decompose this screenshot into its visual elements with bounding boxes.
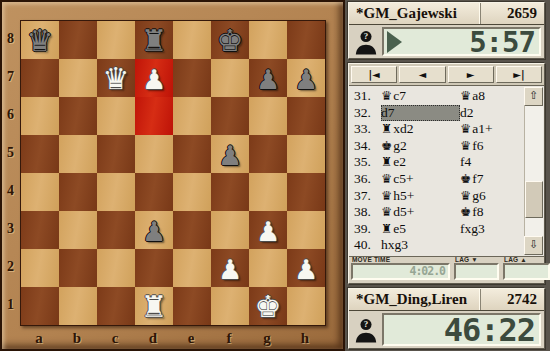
square-c7[interactable]: ♛	[97, 59, 135, 97]
file-label-b: b	[58, 326, 96, 351]
player-rating-bottom: 2742	[480, 289, 544, 310]
move-number: 32.	[349, 105, 381, 122]
square-d6[interactable]	[135, 97, 173, 135]
square-e2[interactable]	[173, 249, 211, 287]
move-cell[interactable]: ♛d5+	[381, 204, 460, 221]
move-row: 35.♜e2f4	[349, 154, 544, 171]
square-g4[interactable]	[249, 173, 287, 211]
square-h8[interactable]	[287, 21, 325, 59]
square-c2[interactable]	[97, 249, 135, 287]
move-cell[interactable]: ♜e5	[381, 221, 460, 238]
square-d4[interactable]	[135, 173, 173, 211]
piece-white-queen[interactable]: ♛	[97, 59, 135, 97]
square-b1[interactable]	[59, 287, 97, 325]
square-b7[interactable]	[59, 59, 97, 97]
move-cell[interactable]: ♛h5+	[381, 188, 460, 205]
nav-back-button[interactable]: ◄	[399, 66, 445, 83]
square-g6[interactable]	[249, 97, 287, 135]
square-h2[interactable]: ♟	[287, 249, 325, 287]
square-f2[interactable]: ♟	[211, 249, 249, 287]
square-b6[interactable]	[59, 97, 97, 135]
square-e5[interactable]	[173, 135, 211, 173]
square-e7[interactable]	[173, 59, 211, 97]
rank-label-6: 6	[2, 96, 19, 134]
file-label-c: c	[96, 326, 134, 351]
piece-figurine-icon: ♛	[381, 188, 392, 203]
move-number: 39.	[349, 221, 381, 238]
scroll-down-button[interactable]: ⇩	[524, 236, 543, 255]
square-g7[interactable]: ♟	[249, 59, 287, 97]
player-avatar-top: ?	[349, 25, 382, 58]
square-f1[interactable]	[211, 287, 249, 325]
file-label-a: a	[20, 326, 58, 351]
square-a5[interactable]	[21, 135, 59, 173]
square-e6[interactable]	[173, 97, 211, 135]
piece-white-pawn[interactable]: ♟	[287, 249, 325, 287]
move-number: 35.	[349, 154, 381, 171]
lag-up-label: LAG ▲	[503, 256, 550, 263]
square-g5[interactable]	[249, 135, 287, 173]
move-row: 39.♜e5fxg3	[349, 221, 544, 238]
move-cell[interactable]: ♚g2	[381, 138, 460, 155]
rank-label-2: 2	[2, 248, 19, 286]
square-g3[interactable]: ♟	[249, 211, 287, 249]
piece-black-rook[interactable]: ♜	[135, 21, 173, 59]
move-row: 31.♛c7♛a8	[349, 88, 544, 105]
rank-label-7: 7	[2, 58, 19, 96]
square-f5[interactable]: ♟	[211, 135, 249, 173]
move-row: 40.hxg3	[349, 237, 544, 254]
move-number: 31.	[349, 88, 381, 105]
rank-label-4: 4	[2, 172, 19, 210]
svg-text:?: ?	[363, 31, 368, 41]
move-number: 38.	[349, 204, 381, 221]
scroll-up-button[interactable]: ⇧	[524, 87, 543, 106]
square-b3[interactable]	[59, 211, 97, 249]
square-e4[interactable]	[173, 173, 211, 211]
piece-white-pawn[interactable]: ♟	[249, 211, 287, 249]
scrollbar-thumb[interactable]	[525, 181, 543, 218]
piece-figurine-icon: ♛	[381, 88, 392, 103]
player-name-top: *GM_Gajewski	[349, 5, 480, 22]
piece-black-pawn[interactable]: ♟	[249, 59, 287, 97]
piece-figurine-icon: ♛	[460, 188, 471, 203]
piece-figurine-icon: ♛	[460, 138, 471, 153]
move-time-label: MOVE TIME	[351, 256, 450, 263]
square-c8[interactable]	[97, 21, 135, 59]
square-c1[interactable]	[97, 287, 135, 325]
move-cell[interactable]: ♛c5+	[381, 171, 460, 188]
square-f7[interactable]	[211, 59, 249, 97]
square-c5[interactable]	[97, 135, 135, 173]
lag-up-field	[503, 263, 550, 280]
move-number: 34.	[349, 138, 381, 155]
file-label-d: d	[134, 326, 172, 351]
lag-down-label: LAG ▼	[454, 256, 499, 263]
piece-figurine-icon: ♛	[381, 171, 392, 186]
move-cell[interactable]: d7	[381, 105, 460, 122]
square-e8[interactable]	[173, 21, 211, 59]
square-b8[interactable]	[59, 21, 97, 59]
player-namebar-bottom: *GM_Ding,Liren 2742	[349, 289, 544, 311]
move-number: 37.	[349, 188, 381, 205]
clock-time-bottom: 46:22	[444, 313, 539, 346]
move-row: 33.♜xd2♛a1+	[349, 121, 544, 138]
square-a8[interactable]: ♛	[21, 21, 59, 59]
player-avatar-bottom: ?	[349, 311, 382, 348]
piece-white-rook[interactable]: ♜	[135, 287, 173, 325]
file-label-e: e	[172, 326, 210, 351]
move-number: 36.	[349, 171, 381, 188]
square-e1[interactable]	[173, 287, 211, 325]
square-d2[interactable]	[135, 249, 173, 287]
svg-text:?: ?	[363, 319, 368, 329]
square-a7[interactable]	[21, 59, 59, 97]
piece-figurine-icon: ♚	[460, 171, 471, 186]
square-c3[interactable]	[97, 211, 135, 249]
clock-top: 5:57	[382, 27, 541, 56]
piece-white-king[interactable]: ♚	[249, 287, 287, 325]
move-cell[interactable]: ♜e2	[381, 154, 460, 171]
square-e3[interactable]	[173, 211, 211, 249]
square-f6[interactable]	[211, 97, 249, 135]
square-h1[interactable]	[287, 287, 325, 325]
piece-black-pawn[interactable]: ♟	[211, 135, 249, 173]
square-c4[interactable]	[97, 173, 135, 211]
player-name-bottom: *GM_Ding,Liren	[349, 291, 480, 308]
square-a6[interactable]	[21, 97, 59, 135]
file-label-h: h	[286, 326, 324, 351]
scrollbar-track[interactable]	[524, 106, 543, 236]
file-label-f: f	[210, 326, 248, 351]
piece-black-pawn[interactable]: ♟	[287, 59, 325, 97]
piece-figurine-icon: ♚	[460, 204, 471, 219]
player-panel-top: *GM_Gajewski 2659 ? 5:57	[348, 2, 545, 59]
piece-figurine-icon: ♜	[381, 154, 392, 169]
square-d5[interactable]	[135, 135, 173, 173]
piece-figurine-icon: ♚	[381, 138, 392, 153]
piece-figurine-icon: ♜	[381, 121, 392, 136]
chess-board: ♛♜♚♛♟♟♟♟♟♟♟♟♜♚	[20, 20, 326, 326]
move-cell[interactable]: ♜xd2	[381, 121, 460, 138]
square-f8[interactable]: ♚	[211, 21, 249, 59]
square-c6[interactable]	[97, 97, 135, 135]
rank-label-8: 8	[2, 20, 19, 58]
square-h3[interactable]	[287, 211, 325, 249]
move-row: 38.♛d5+♚f8	[349, 204, 544, 221]
move-time-field: 4:02.0	[351, 263, 450, 280]
square-g2[interactable]	[249, 249, 287, 287]
piece-figurine-icon: ♛	[381, 204, 392, 219]
player-namebar-top: *GM_Gajewski 2659	[349, 3, 544, 25]
move-row: 34.♚g2♛f6	[349, 138, 544, 155]
move-row: 36.♛c5+♚f7	[349, 171, 544, 188]
square-d8[interactable]: ♜	[135, 21, 173, 59]
nav-last-button[interactable]: ►|	[496, 66, 542, 83]
square-a3[interactable]	[21, 211, 59, 249]
move-cell[interactable]: hxg3	[381, 237, 460, 254]
move-list-scrollbar: ⇧ ⇩	[524, 87, 543, 255]
move-cell[interactable]: ♛c7	[381, 88, 460, 105]
player-rating-top: 2659	[480, 3, 544, 24]
square-f4[interactable]	[211, 173, 249, 211]
square-g1[interactable]: ♚	[249, 287, 287, 325]
square-a4[interactable]	[21, 173, 59, 211]
chess-board-frame: ♛♜♚♛♟♟♟♟♟♟♟♟♜♚ 87654321 abcdefgh	[0, 0, 345, 351]
piece-white-pawn[interactable]: ♟	[211, 249, 249, 287]
move-row: 37.♛h5+♛g6	[349, 188, 544, 205]
square-a2[interactable]	[21, 249, 59, 287]
piece-figurine-icon: ♛	[460, 88, 471, 103]
rank-label-5: 5	[2, 134, 19, 172]
move-list: 31.♛c7♛a832.d7d233.♜xd2♛a1+34.♚g2♛f635.♜…	[349, 86, 544, 257]
clock-bottom: 46:22	[382, 313, 541, 346]
piece-black-king[interactable]: ♚	[211, 21, 249, 59]
move-number: 33.	[349, 121, 381, 138]
nav-bar: |◄ ◄ ► ►|	[349, 64, 544, 86]
piece-white-pawn[interactable]: ♟	[135, 59, 173, 97]
square-h7[interactable]: ♟	[287, 59, 325, 97]
square-d7[interactable]: ♟	[135, 59, 173, 97]
square-h4[interactable]	[287, 173, 325, 211]
square-h6[interactable]	[287, 97, 325, 135]
square-f3[interactable]	[211, 211, 249, 249]
piece-figurine-icon: ♛	[460, 121, 471, 136]
file-label-g: g	[248, 326, 286, 351]
square-b2[interactable]	[59, 249, 97, 287]
square-d3[interactable]: ♟	[135, 211, 173, 249]
lag-down-field	[454, 263, 499, 280]
square-h5[interactable]	[287, 135, 325, 173]
movelist-panel: |◄ ◄ ► ►| 31.♛c7♛a832.d7d233.♜xd2♛a1+34.…	[348, 63, 545, 284]
turn-indicator-icon	[387, 31, 402, 53]
move-number: 40.	[349, 237, 381, 254]
nav-first-button[interactable]: |◄	[351, 66, 397, 83]
square-b5[interactable]	[59, 135, 97, 173]
square-g8[interactable]	[249, 21, 287, 59]
nav-forward-button[interactable]: ►	[448, 66, 494, 83]
player-panel-bottom: *GM_Ding,Liren 2742 ? 46:22	[348, 288, 545, 349]
rank-label-1: 1	[2, 286, 19, 324]
piece-figurine-icon: ♜	[381, 221, 392, 236]
square-a1[interactable]	[21, 287, 59, 325]
move-row: 32.d7d2	[349, 105, 544, 122]
square-d1[interactable]: ♜	[135, 287, 173, 325]
piece-black-queen[interactable]: ♛	[21, 21, 59, 59]
person-icon: ?	[354, 317, 378, 343]
square-b4[interactable]	[59, 173, 97, 211]
status-row: MOVE TIME 4:02.0 LAG ▼ LAG ▲	[349, 257, 544, 282]
clock-time-top: 5:57	[469, 27, 539, 56]
rank-label-3: 3	[2, 210, 19, 248]
person-icon: ?	[354, 29, 378, 55]
piece-black-pawn[interactable]: ♟	[135, 211, 173, 249]
